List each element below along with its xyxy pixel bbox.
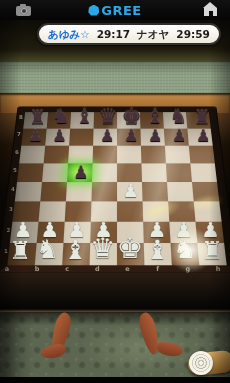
piece-black-rook-a8[interactable]: ♜ xyxy=(29,108,46,127)
status-bar: GREE xyxy=(0,0,230,20)
gree-logo-text: GREE xyxy=(101,3,141,18)
piece-black-bishop-c8[interactable]: ♝ xyxy=(76,107,94,127)
square-g4[interactable] xyxy=(167,182,194,201)
player-right-clock: 29:59 xyxy=(176,29,209,40)
captured-piece-disc xyxy=(189,351,213,375)
square-b5[interactable] xyxy=(42,163,68,182)
rank-label-4: 4 xyxy=(11,186,15,192)
square-d5[interactable] xyxy=(92,163,117,182)
piece-black-pawn-a7[interactable]: ♟ xyxy=(28,128,43,144)
square-b6[interactable] xyxy=(44,146,69,164)
piece-white-pawn-e4[interactable]: ♟ xyxy=(123,182,139,200)
gree-logo[interactable]: GREE xyxy=(0,0,230,20)
square-f4[interactable] xyxy=(142,182,168,201)
square-h4[interactable] xyxy=(192,182,219,201)
piece-white-rook-a1[interactable]: ♜ xyxy=(9,238,31,263)
square-g5[interactable] xyxy=(166,163,192,182)
square-f6[interactable] xyxy=(141,146,166,164)
piece-black-rook-h8[interactable]: ♜ xyxy=(193,108,210,127)
square-b4[interactable] xyxy=(40,182,67,201)
piece-white-bishop-c1[interactable]: ♝ xyxy=(63,237,87,263)
gree-logo-icon xyxy=(88,5,99,16)
rank-label-6: 6 xyxy=(15,149,19,155)
file-label-b: b xyxy=(35,265,40,273)
player-clocks: あゆみ☆ 29:17 ナオヤ 29:59 xyxy=(37,23,221,45)
piece-black-pawn-f7[interactable]: ♟ xyxy=(148,128,163,144)
file-label-e: e xyxy=(125,265,129,273)
square-d4[interactable] xyxy=(91,182,117,201)
rank-label-2: 2 xyxy=(7,227,11,233)
piece-black-knight-b8[interactable]: ♞ xyxy=(52,108,70,128)
square-h6[interactable] xyxy=(189,146,215,164)
piece-white-king-e1[interactable]: ♚ xyxy=(117,233,143,263)
piece-black-knight-g8[interactable]: ♞ xyxy=(170,108,188,128)
piece-white-knight-g1[interactable]: ♞ xyxy=(173,237,196,263)
square-g6[interactable] xyxy=(165,146,190,164)
square-h5[interactable] xyxy=(190,163,217,182)
player-right-name: ナオヤ xyxy=(137,29,169,40)
file-label-a: a xyxy=(5,265,9,273)
file-label-h: h xyxy=(216,265,221,273)
piece-black-pawn-b7[interactable]: ♟ xyxy=(52,128,67,144)
piece-black-queen-d8[interactable]: ♛ xyxy=(98,106,117,127)
square-d6[interactable] xyxy=(93,146,117,164)
square-f5[interactable] xyxy=(141,163,167,182)
piece-black-king-e8[interactable]: ♚ xyxy=(121,105,141,127)
rank-label-5: 5 xyxy=(13,167,17,173)
file-label-d: d xyxy=(95,265,100,273)
piece-white-queen-d1[interactable]: ♛ xyxy=(90,235,115,263)
bottom-strip xyxy=(0,377,230,383)
player-left-clock: 29:17 xyxy=(97,29,130,40)
file-label-c: c xyxy=(65,265,69,273)
piece-black-pawn-g7[interactable]: ♟ xyxy=(172,128,187,144)
piece-black-bishop-f8[interactable]: ♝ xyxy=(146,107,164,127)
square-c7[interactable] xyxy=(69,129,93,146)
file-label-f: f xyxy=(156,265,159,273)
rank-label-7: 7 xyxy=(17,131,21,137)
rank-label-3: 3 xyxy=(9,206,13,212)
player-left-name: あゆみ☆ xyxy=(48,29,90,40)
home-icon[interactable] xyxy=(204,8,217,16)
square-c4[interactable] xyxy=(66,182,92,201)
piece-white-bishop-f1[interactable]: ♝ xyxy=(146,237,170,263)
piece-white-knight-b1[interactable]: ♞ xyxy=(36,237,59,263)
piece-black-pawn-e7[interactable]: ♟ xyxy=(124,128,139,144)
table-front-edge xyxy=(0,273,230,313)
piece-black-pawn-d7[interactable]: ♟ xyxy=(100,128,115,144)
rank-label-1: 1 xyxy=(4,248,8,254)
square-e3[interactable] xyxy=(117,201,143,221)
wall xyxy=(0,62,230,93)
square-a4[interactable] xyxy=(15,182,42,201)
piece-black-pawn-h7[interactable]: ♟ xyxy=(196,128,211,144)
square-a5[interactable] xyxy=(17,163,44,182)
piece-black-pawn-c5[interactable]: ♟ xyxy=(73,164,88,181)
rank-label-8: 8 xyxy=(19,114,23,120)
file-label-g: g xyxy=(186,265,191,273)
piece-white-rook-h1[interactable]: ♜ xyxy=(201,238,223,263)
square-a6[interactable] xyxy=(19,146,45,164)
square-e6[interactable] xyxy=(117,146,141,164)
